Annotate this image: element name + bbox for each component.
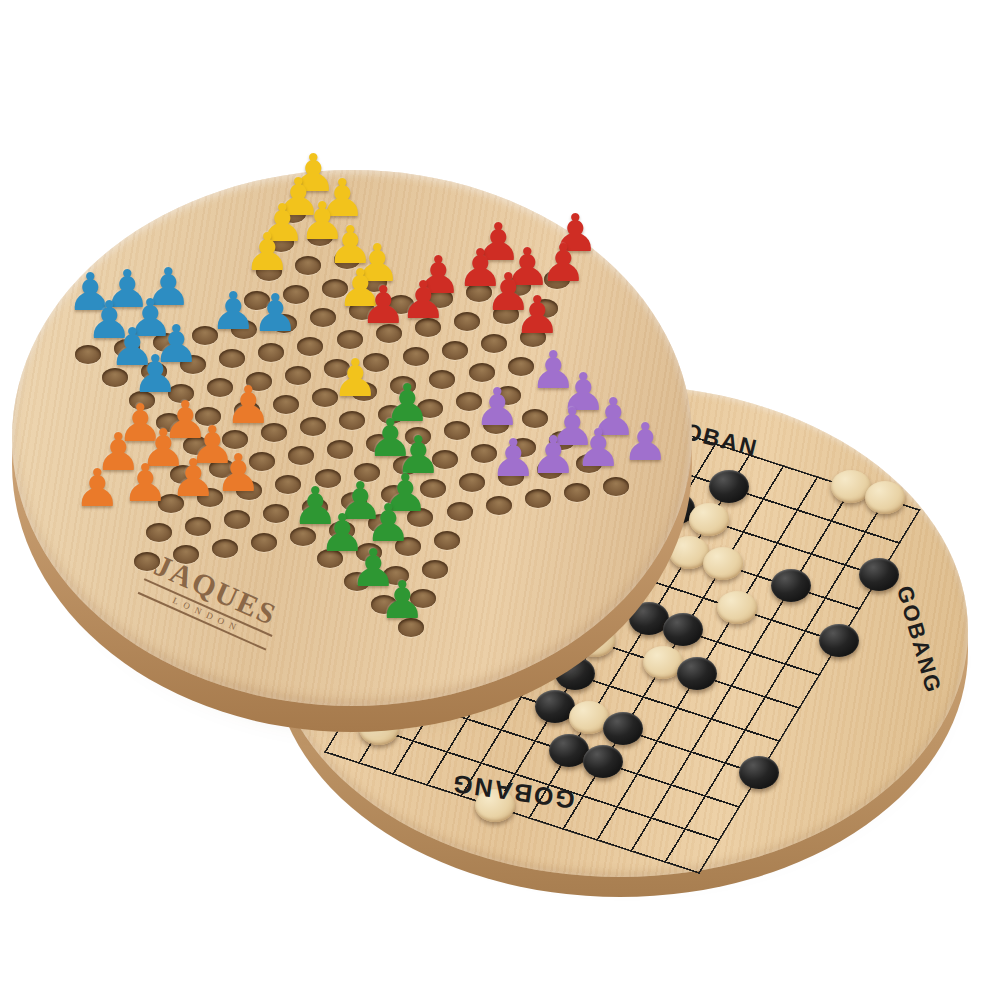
peg-purple[interactable]: ♟: [474, 380, 510, 434]
peg-blue[interactable]: ♟: [210, 284, 246, 338]
peg-orange[interactable]: ♟: [74, 461, 110, 515]
peg-blue[interactable]: ♟: [252, 286, 288, 340]
peg-orange[interactable]: ♟: [170, 451, 206, 505]
peg-red[interactable]: ♟: [514, 288, 550, 342]
peg-orange[interactable]: ♟: [215, 446, 251, 500]
peg-yellow[interactable]: ♟: [332, 351, 368, 405]
checkers-pegs-layer: ♟♟♟♟♟♟♟♟♟♟♟♟♟♟♟♟♟♟♟♟♟♟♟♟♟♟♟♟♟♟♟♟♟♟♟♟♟♟♟♟…: [0, 0, 1000, 1000]
peg-green[interactable]: ♟: [379, 573, 415, 627]
peg-red[interactable]: ♟: [360, 278, 396, 332]
peg-purple[interactable]: ♟: [575, 421, 611, 475]
peg-orange[interactable]: ♟: [122, 456, 158, 510]
chinese-checkers-layer: JAQUES LONDON ♟♟♟♟♟♟♟♟♟♟♟♟♟♟♟♟♟♟♟♟♟♟♟♟♟♟…: [0, 0, 1000, 1000]
product-photo-stage: GOBAN GOBANG GOBANG JAQUES LONDON ♟♟♟♟♟♟…: [0, 0, 1000, 1000]
peg-yellow[interactable]: ♟: [244, 225, 280, 279]
peg-purple[interactable]: ♟: [490, 431, 526, 485]
peg-purple[interactable]: ♟: [622, 415, 658, 469]
